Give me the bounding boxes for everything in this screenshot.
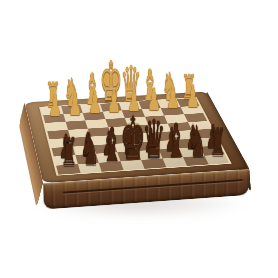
board-square: [138, 150, 162, 160]
board-square: [93, 144, 117, 154]
board-square: [77, 163, 101, 174]
board-square: [56, 164, 80, 175]
board-square: [155, 140, 179, 150]
board-square: [70, 137, 93, 147]
board-square: [204, 154, 229, 164]
board-square: [88, 127, 111, 136]
board-square: [99, 161, 123, 172]
board-square: [131, 133, 155, 143]
chessboard: [25, 92, 250, 184]
board-square: [49, 138, 72, 148]
board-square: [52, 146, 75, 156]
board-square: [114, 142, 138, 152]
drawer-slot: [62, 179, 243, 194]
board-square: [200, 145, 225, 155]
product-photo-chess-set: ♜♞♝♚♛♝♞♜♟♟♟♟♟♟♟♟♟♟♟♟♟♟♟♟♜♞♝♚♛♝♞♜: [0, 0, 278, 278]
board-square: [162, 157, 187, 167]
board-square: [54, 155, 78, 165]
board-square: [117, 151, 141, 161]
chess-box: [25, 92, 250, 184]
board-square: [120, 160, 145, 171]
chessboard-grid: [41, 98, 229, 175]
board-square: [195, 137, 220, 147]
board-square: [75, 154, 99, 164]
board-square: [96, 152, 120, 162]
board-square: [134, 141, 158, 151]
board-square: [111, 134, 135, 144]
board-square: [90, 135, 113, 145]
board-square: [191, 129, 215, 139]
board-frame-inlay: [39, 97, 232, 175]
board-square: [141, 158, 166, 168]
board-square: [158, 148, 183, 158]
board-square: [175, 138, 199, 148]
board-square: [67, 128, 90, 138]
board-square: [183, 156, 208, 166]
chess-box-3d: [33, 36, 229, 232]
board-square: [179, 147, 204, 157]
board-square: [72, 145, 96, 155]
board-square: [47, 130, 70, 140]
